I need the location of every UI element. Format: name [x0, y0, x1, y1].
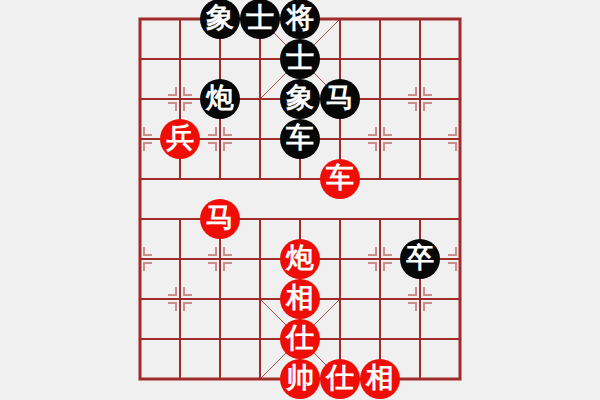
piece-red-soldier[interactable]: 兵 [160, 119, 200, 159]
piece-glyph: 马 [326, 84, 354, 112]
piece-red-chariot[interactable]: 车 [320, 159, 360, 199]
piece-black-chariot[interactable]: 车 [280, 119, 320, 159]
piece-red-horse[interactable]: 马 [200, 199, 240, 239]
piece-glyph: 象 [206, 4, 234, 32]
piece-black-general[interactable]: 将 [280, 0, 320, 39]
piece-glyph: 炮 [206, 84, 234, 112]
piece-black-elephant[interactable]: 象 [280, 79, 320, 119]
piece-black-cannon[interactable]: 炮 [200, 79, 240, 119]
piece-black-advisor[interactable]: 士 [280, 39, 320, 79]
piece-red-general[interactable]: 帅 [280, 359, 320, 399]
piece-glyph: 马 [206, 204, 234, 232]
piece-glyph: 相 [366, 364, 394, 392]
piece-glyph: 炮 [286, 244, 314, 272]
piece-glyph: 士 [246, 4, 274, 32]
piece-glyph: 士 [286, 44, 314, 72]
piece-red-elephant[interactable]: 相 [360, 359, 400, 399]
piece-red-advisor[interactable]: 仕 [280, 319, 320, 359]
piece-red-elephant[interactable]: 相 [280, 279, 320, 319]
piece-glyph: 兵 [166, 124, 194, 152]
piece-glyph: 帅 [286, 364, 314, 392]
piece-glyph: 象 [286, 84, 314, 112]
xiangqi-board: 象士将士炮象马兵车车马炮卒相仕帅仕相 [0, 0, 600, 400]
piece-black-horse[interactable]: 马 [320, 79, 360, 119]
piece-glyph: 将 [286, 4, 314, 32]
piece-glyph: 仕 [286, 324, 314, 352]
piece-black-advisor[interactable]: 士 [240, 0, 280, 39]
piece-glyph: 车 [326, 164, 354, 192]
piece-glyph: 相 [286, 284, 314, 312]
piece-black-soldier[interactable]: 卒 [400, 239, 440, 279]
piece-glyph: 卒 [406, 244, 434, 272]
piece-layer: 象士将士炮象马兵车车马炮卒相仕帅仕相 [120, 0, 480, 399]
piece-red-cannon[interactable]: 炮 [280, 239, 320, 279]
piece-black-elephant[interactable]: 象 [200, 0, 240, 39]
piece-glyph: 仕 [326, 364, 354, 392]
piece-glyph: 车 [286, 124, 314, 152]
piece-red-advisor[interactable]: 仕 [320, 359, 360, 399]
